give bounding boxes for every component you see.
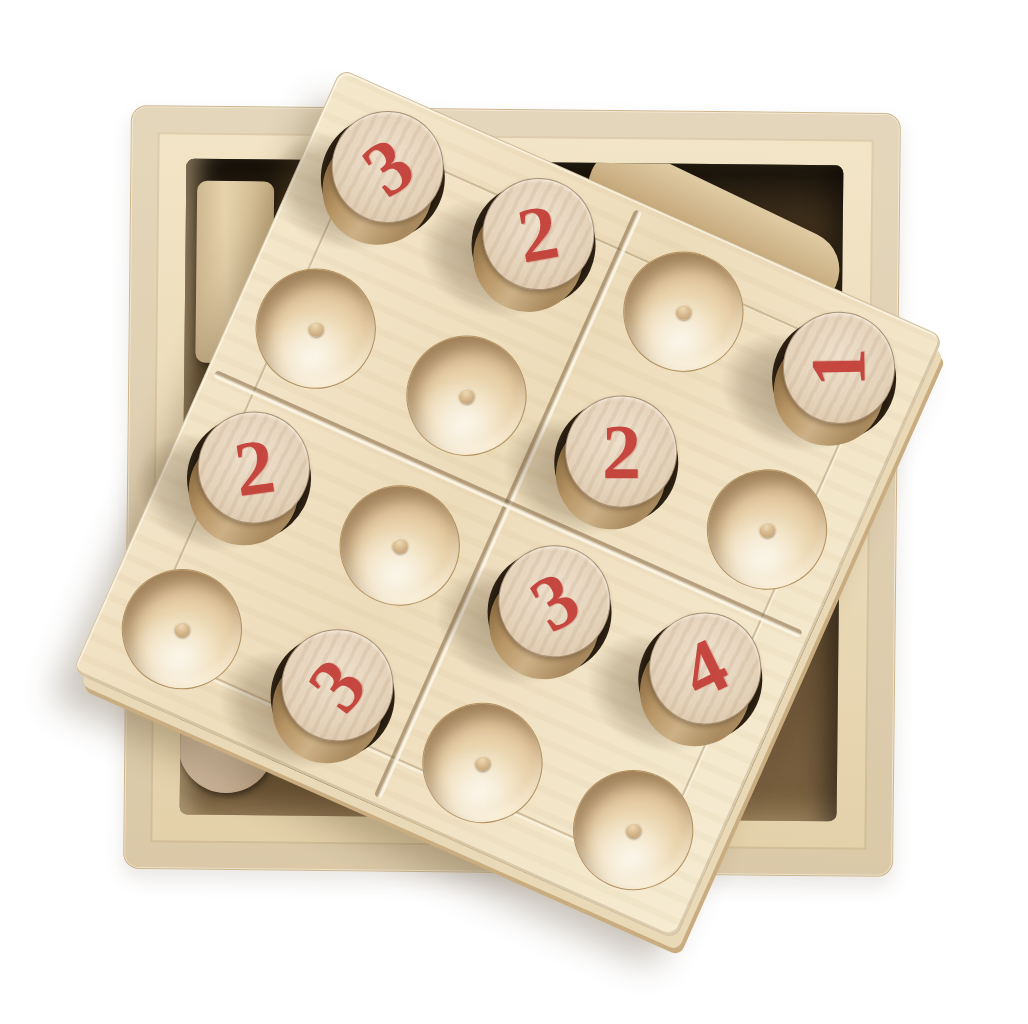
peg-number: 4 xyxy=(670,625,739,712)
empty-hole[interactable] xyxy=(688,450,846,608)
hole-center-nub xyxy=(172,618,193,639)
peg-number: 3 xyxy=(349,124,426,210)
hole-center-nub xyxy=(305,318,326,339)
peg-number: 3 xyxy=(295,645,380,724)
peg-number: 2 xyxy=(512,192,564,276)
peg-number: 2 xyxy=(229,426,278,509)
empty-hole[interactable] xyxy=(554,751,712,909)
empty-hole[interactable] xyxy=(404,684,562,842)
hole-center-nub xyxy=(389,535,410,556)
hole-center-nub xyxy=(472,752,493,773)
peg-number: 1 xyxy=(799,348,878,388)
hole-center-nub xyxy=(622,819,643,840)
peg-number: 2 xyxy=(602,412,641,490)
hole-center-nub xyxy=(456,385,477,406)
hole-center-nub xyxy=(673,301,694,322)
scene: 32122343 xyxy=(0,0,1028,1024)
empty-hole[interactable] xyxy=(237,249,395,407)
hole-center-nub xyxy=(756,519,777,540)
peg-number: 3 xyxy=(518,558,591,645)
